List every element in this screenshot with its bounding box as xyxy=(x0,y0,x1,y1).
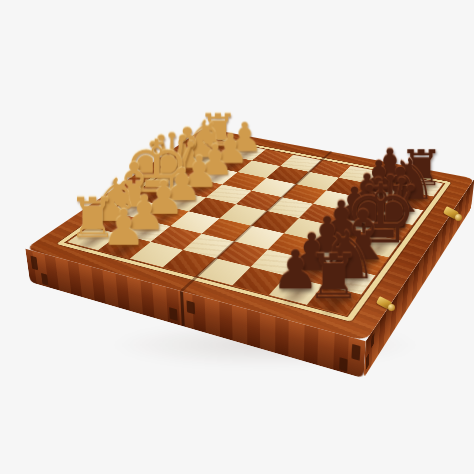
black-rook-h8: ♜ xyxy=(299,246,371,308)
dovetail-mark xyxy=(169,307,178,321)
brass-clasp-knob xyxy=(388,304,395,311)
finger-joint-mark xyxy=(30,256,38,271)
finger-joint-mark xyxy=(366,353,370,371)
finger-joint-mark xyxy=(339,357,348,372)
finger-joint-mark xyxy=(371,333,375,349)
brass-clasp xyxy=(442,204,464,222)
product-photo-scene: ♜♞♝♛♚♝♞♜♟♟♟♟♟♟♟♟♟♟♟♟♟♟♟♟♜♞♝♛♚♝♞♜ xyxy=(0,0,474,474)
brass-clasp xyxy=(375,294,397,312)
dovetail-mark xyxy=(186,300,195,314)
brass-clasp-knob xyxy=(455,214,462,221)
finger-joint-mark xyxy=(351,344,360,361)
finger-joint-mark xyxy=(41,273,48,286)
fold-seam-edge xyxy=(180,291,185,327)
chessboard-3d: ♜♞♝♛♚♝♞♜♟♟♟♟♟♟♟♟♟♟♟♟♟♟♟♟♜♞♝♛♚♝♞♜ xyxy=(25,128,474,341)
white-pawn-h2: ♟ xyxy=(92,203,157,253)
